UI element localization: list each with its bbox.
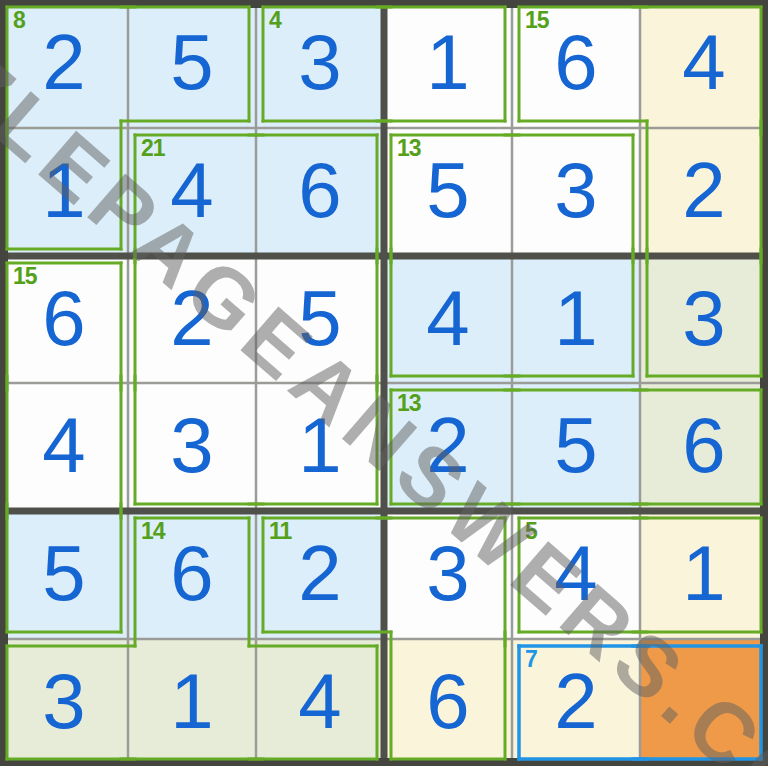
cell-value: 3: [298, 23, 341, 101]
cell-r2c5[interactable]: 3: [512, 128, 640, 256]
cell-r3c5[interactable]: 1: [512, 256, 640, 383]
cell-value: 6: [554, 23, 597, 101]
killer-sudoku-board: 25316414653262541343125656234131462 8415…: [0, 0, 768, 766]
cell-r6c2[interactable]: 1: [128, 639, 256, 766]
cell-r3c6[interactable]: 3: [640, 256, 768, 383]
cell-value: 2: [170, 279, 213, 357]
cell-r2c3[interactable]: 6: [256, 128, 384, 256]
cell-value: 6: [682, 406, 725, 484]
cell-value: 4: [426, 279, 469, 357]
cell-r3c4[interactable]: 4: [384, 256, 512, 383]
cell-grid: 25316414653262541343125656234131462: [0, 0, 768, 766]
cell-value: 2: [42, 23, 85, 101]
cell-r3c3[interactable]: 5: [256, 256, 384, 383]
cell-value: 6: [298, 151, 341, 229]
cell-value: 4: [554, 534, 597, 612]
cell-r5c1[interactable]: 5: [0, 511, 128, 639]
cell-r5c3[interactable]: 2: [256, 511, 384, 639]
selected-cell[interactable]: [640, 639, 768, 766]
cell-r6c1[interactable]: 3: [0, 639, 128, 766]
cell-value: 5: [170, 23, 213, 101]
cell-r3c1[interactable]: 6: [0, 256, 128, 383]
cell-r1c3[interactable]: 3: [256, 0, 384, 128]
cell-r4c6[interactable]: 6: [640, 383, 768, 511]
cell-value: 4: [682, 23, 725, 101]
cell-r4c5[interactable]: 5: [512, 383, 640, 511]
cell-value: 3: [554, 151, 597, 229]
cell-value: 6: [426, 662, 469, 740]
cell-r4c4[interactable]: 2: [384, 383, 512, 511]
cell-value: 1: [170, 662, 213, 740]
cell-value: 3: [426, 534, 469, 612]
cell-value: 3: [42, 662, 85, 740]
cell-r1c1[interactable]: 2: [0, 0, 128, 128]
cell-r4c2[interactable]: 3: [128, 383, 256, 511]
cell-r2c4[interactable]: 5: [384, 128, 512, 256]
cell-r5c5[interactable]: 4: [512, 511, 640, 639]
cell-value: 5: [426, 151, 469, 229]
cell-value: 1: [298, 406, 341, 484]
cell-r5c6[interactable]: 1: [640, 511, 768, 639]
cell-value: 2: [298, 534, 341, 612]
cell-value: 2: [426, 406, 469, 484]
cell-r4c3[interactable]: 1: [256, 383, 384, 511]
cell-r1c5[interactable]: 6: [512, 0, 640, 128]
cell-r5c2[interactable]: 6: [128, 511, 256, 639]
cell-value: 6: [42, 279, 85, 357]
cell-value: 4: [298, 662, 341, 740]
cell-value: 1: [426, 23, 469, 101]
cell-r4c1[interactable]: 4: [0, 383, 128, 511]
cell-r2c2[interactable]: 4: [128, 128, 256, 256]
cell-r1c4[interactable]: 1: [384, 0, 512, 128]
cell-r2c6[interactable]: 2: [640, 128, 768, 256]
cell-r6c5[interactable]: 2: [512, 639, 640, 766]
cell-value: 4: [170, 151, 213, 229]
cell-value: 2: [682, 151, 725, 229]
cell-value: 5: [42, 534, 85, 612]
cell-r1c2[interactable]: 5: [128, 0, 256, 128]
cell-r3c2[interactable]: 2: [128, 256, 256, 383]
cell-value: 3: [170, 406, 213, 484]
cell-value: 5: [554, 406, 597, 484]
cell-value: 2: [554, 662, 597, 740]
cell-value: 3: [682, 279, 725, 357]
cell-value: 4: [42, 406, 85, 484]
cell-value: 1: [682, 534, 725, 612]
cell-r1c6[interactable]: 4: [640, 0, 768, 128]
cell-r6c3[interactable]: 4: [256, 639, 384, 766]
cell-r5c4[interactable]: 3: [384, 511, 512, 639]
cell-value: 1: [554, 279, 597, 357]
cell-value: 6: [170, 534, 213, 612]
cell-r6c4[interactable]: 6: [384, 639, 512, 766]
cell-value: 5: [298, 279, 341, 357]
cell-r2c1[interactable]: 1: [0, 128, 128, 256]
cell-value: 1: [42, 151, 85, 229]
